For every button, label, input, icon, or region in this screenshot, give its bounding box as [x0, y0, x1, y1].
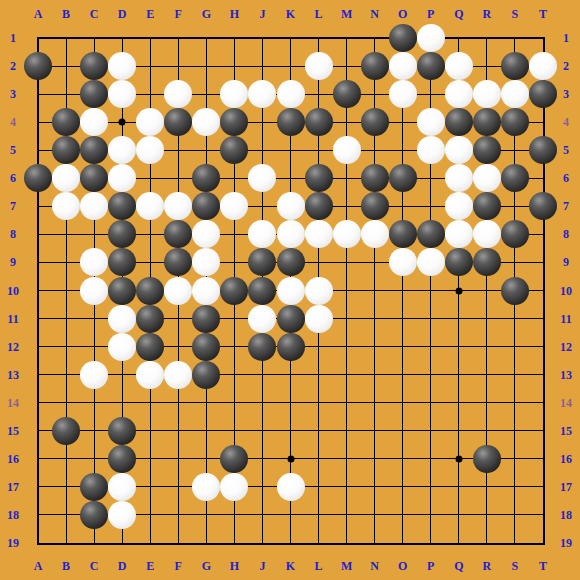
black-stone-N6[interactable]: [361, 164, 389, 192]
white-stone-D17[interactable]: [108, 473, 136, 501]
row-label-right-12: 12: [560, 341, 572, 353]
white-stone-M8[interactable]: [333, 220, 361, 248]
black-stone-G12[interactable]: [192, 333, 220, 361]
white-stone-N8[interactable]: [361, 220, 389, 248]
white-stone-F3[interactable]: [164, 80, 192, 108]
row-label-left-9: 9: [10, 256, 16, 268]
white-stone-H17[interactable]: [220, 473, 248, 501]
col-label-top-D: D: [118, 8, 127, 20]
white-stone-P4[interactable]: [417, 108, 445, 136]
black-stone-O1[interactable]: [389, 24, 417, 52]
white-stone-D18[interactable]: [108, 501, 136, 529]
white-stone-C13[interactable]: [80, 361, 108, 389]
white-stone-C7[interactable]: [80, 192, 108, 220]
row-label-right-18: 18: [560, 509, 572, 521]
white-stone-G9[interactable]: [192, 248, 220, 276]
black-stone-K9[interactable]: [277, 248, 305, 276]
row-label-right-14: 14: [560, 397, 572, 409]
col-label-top-L: L: [315, 8, 323, 20]
row-label-right-16: 16: [560, 453, 572, 465]
white-stone-L2[interactable]: [305, 52, 333, 80]
row-label-right-7: 7: [563, 200, 569, 212]
col-label-top-B: B: [62, 8, 70, 20]
row-label-left-4: 4: [10, 116, 16, 128]
black-stone-P2[interactable]: [417, 52, 445, 80]
black-stone-K11[interactable]: [277, 305, 305, 333]
black-stone-C3[interactable]: [80, 80, 108, 108]
col-label-top-J: J: [259, 8, 265, 20]
white-stone-S3[interactable]: [501, 80, 529, 108]
col-label-top-P: P: [427, 8, 434, 20]
row-label-left-18: 18: [7, 509, 19, 521]
white-stone-Q6[interactable]: [445, 164, 473, 192]
col-label-top-E: E: [146, 8, 154, 20]
col-label-bottom-G: G: [202, 560, 211, 572]
col-label-bottom-Q: Q: [454, 560, 463, 572]
col-label-bottom-P: P: [427, 560, 434, 572]
col-label-top-O: O: [398, 8, 407, 20]
col-label-bottom-N: N: [370, 560, 379, 572]
row-label-right-19: 19: [560, 537, 572, 549]
black-stone-C6[interactable]: [80, 164, 108, 192]
black-stone-C2[interactable]: [80, 52, 108, 80]
white-stone-F7[interactable]: [164, 192, 192, 220]
white-stone-P1[interactable]: [417, 24, 445, 52]
white-stone-J3[interactable]: [248, 80, 276, 108]
black-stone-F8[interactable]: [164, 220, 192, 248]
row-label-left-13: 13: [7, 369, 19, 381]
white-stone-D5[interactable]: [108, 136, 136, 164]
white-stone-D3[interactable]: [108, 80, 136, 108]
black-stone-O6[interactable]: [389, 164, 417, 192]
row-label-left-7: 7: [10, 200, 16, 212]
black-stone-R9[interactable]: [473, 248, 501, 276]
black-stone-F4[interactable]: [164, 108, 192, 136]
col-label-top-H: H: [230, 8, 239, 20]
black-stone-E12[interactable]: [136, 333, 164, 361]
white-stone-C4[interactable]: [80, 108, 108, 136]
black-stone-S4[interactable]: [501, 108, 529, 136]
col-label-bottom-R: R: [483, 560, 492, 572]
star-point-D4: [119, 119, 126, 126]
star-point-K16: [287, 455, 294, 462]
white-stone-B6[interactable]: [52, 164, 80, 192]
white-stone-L11[interactable]: [305, 305, 333, 333]
row-label-right-4: 4: [563, 116, 569, 128]
white-stone-Q3[interactable]: [445, 80, 473, 108]
black-stone-D7[interactable]: [108, 192, 136, 220]
row-label-left-8: 8: [10, 228, 16, 240]
white-stone-L10[interactable]: [305, 277, 333, 305]
black-stone-T5[interactable]: [529, 136, 557, 164]
col-label-bottom-O: O: [398, 560, 407, 572]
black-stone-C18[interactable]: [80, 501, 108, 529]
white-stone-M5[interactable]: [333, 136, 361, 164]
black-stone-H16[interactable]: [220, 445, 248, 473]
col-label-bottom-M: M: [341, 560, 352, 572]
white-stone-J6[interactable]: [248, 164, 276, 192]
black-stone-J10[interactable]: [248, 277, 276, 305]
black-stone-R16[interactable]: [473, 445, 501, 473]
black-stone-N4[interactable]: [361, 108, 389, 136]
black-stone-R4[interactable]: [473, 108, 501, 136]
white-stone-O2[interactable]: [389, 52, 417, 80]
black-stone-S10[interactable]: [501, 277, 529, 305]
black-stone-R7[interactable]: [473, 192, 501, 220]
row-label-right-6: 6: [563, 172, 569, 184]
grid-line: [38, 402, 543, 403]
col-label-bottom-H: H: [230, 560, 239, 572]
black-stone-R5[interactable]: [473, 136, 501, 164]
black-stone-C5[interactable]: [80, 136, 108, 164]
black-stone-B5[interactable]: [52, 136, 80, 164]
white-stone-D12[interactable]: [108, 333, 136, 361]
black-stone-P8[interactable]: [417, 220, 445, 248]
star-point-Q10: [455, 287, 462, 294]
black-stone-C17[interactable]: [80, 473, 108, 501]
row-label-left-5: 5: [10, 144, 16, 156]
col-label-bottom-J: J: [259, 560, 265, 572]
col-label-top-Q: Q: [454, 8, 463, 20]
white-stone-J8[interactable]: [248, 220, 276, 248]
row-label-right-15: 15: [560, 425, 572, 437]
black-stone-S2[interactable]: [501, 52, 529, 80]
black-stone-D10[interactable]: [108, 277, 136, 305]
white-stone-K17[interactable]: [277, 473, 305, 501]
white-stone-Q5[interactable]: [445, 136, 473, 164]
col-label-top-M: M: [341, 8, 352, 20]
black-stone-D9[interactable]: [108, 248, 136, 276]
black-stone-B4[interactable]: [52, 108, 80, 136]
white-stone-K8[interactable]: [277, 220, 305, 248]
black-stone-K4[interactable]: [277, 108, 305, 136]
row-label-left-17: 17: [7, 481, 19, 493]
white-stone-D11[interactable]: [108, 305, 136, 333]
grid-line: [402, 38, 403, 543]
go-board[interactable]: AABBCCDDEEFFGGHHJJKKLLMMNNOOPPQQRRSSTT11…: [0, 0, 580, 580]
row-label-left-12: 12: [7, 341, 19, 353]
grid-line: [38, 374, 543, 375]
col-label-bottom-C: C: [90, 560, 99, 572]
white-stone-C10[interactable]: [80, 277, 108, 305]
black-stone-D15[interactable]: [108, 417, 136, 445]
black-stone-K12[interactable]: [277, 333, 305, 361]
black-stone-B15[interactable]: [52, 417, 80, 445]
black-stone-G7[interactable]: [192, 192, 220, 220]
black-stone-Q4[interactable]: [445, 108, 473, 136]
black-stone-E10[interactable]: [136, 277, 164, 305]
col-label-top-C: C: [90, 8, 99, 20]
col-label-bottom-B: B: [62, 560, 70, 572]
white-stone-H7[interactable]: [220, 192, 248, 220]
col-label-bottom-D: D: [118, 560, 127, 572]
row-label-left-6: 6: [10, 172, 16, 184]
white-stone-C9[interactable]: [80, 248, 108, 276]
row-label-right-3: 3: [563, 88, 569, 100]
col-label-top-S: S: [512, 8, 519, 20]
white-stone-Q2[interactable]: [445, 52, 473, 80]
row-label-right-10: 10: [560, 285, 572, 297]
row-label-left-15: 15: [7, 425, 19, 437]
black-stone-L7[interactable]: [305, 192, 333, 220]
black-stone-G6[interactable]: [192, 164, 220, 192]
black-stone-A6[interactable]: [24, 164, 52, 192]
white-stone-T2[interactable]: [529, 52, 557, 80]
black-stone-D8[interactable]: [108, 220, 136, 248]
black-stone-G11[interactable]: [192, 305, 220, 333]
col-label-top-R: R: [483, 8, 492, 20]
row-label-right-13: 13: [560, 369, 572, 381]
row-label-right-8: 8: [563, 228, 569, 240]
row-label-right-1: 1: [563, 32, 569, 44]
black-stone-M3[interactable]: [333, 80, 361, 108]
col-label-bottom-S: S: [512, 560, 519, 572]
row-label-left-16: 16: [7, 453, 19, 465]
row-label-left-2: 2: [10, 60, 16, 72]
white-stone-J11[interactable]: [248, 305, 276, 333]
grid-line: [346, 38, 347, 543]
black-stone-T7[interactable]: [529, 192, 557, 220]
white-stone-F10[interactable]: [164, 277, 192, 305]
col-label-bottom-L: L: [315, 560, 323, 572]
col-label-top-T: T: [539, 8, 547, 20]
row-label-left-1: 1: [10, 32, 16, 44]
white-stone-E4[interactable]: [136, 108, 164, 136]
row-label-right-2: 2: [563, 60, 569, 72]
black-stone-S8[interactable]: [501, 220, 529, 248]
white-stone-P9[interactable]: [417, 248, 445, 276]
white-stone-R8[interactable]: [473, 220, 501, 248]
black-stone-S6[interactable]: [501, 164, 529, 192]
row-label-right-9: 9: [563, 256, 569, 268]
star-point-Q16: [455, 455, 462, 462]
white-stone-H3[interactable]: [220, 80, 248, 108]
black-stone-F9[interactable]: [164, 248, 192, 276]
col-label-top-K: K: [286, 8, 295, 20]
white-stone-E7[interactable]: [136, 192, 164, 220]
row-label-left-19: 19: [7, 537, 19, 549]
white-stone-G17[interactable]: [192, 473, 220, 501]
col-label-bottom-E: E: [146, 560, 154, 572]
black-stone-D16[interactable]: [108, 445, 136, 473]
black-stone-N2[interactable]: [361, 52, 389, 80]
white-stone-Q7[interactable]: [445, 192, 473, 220]
black-stone-H10[interactable]: [220, 277, 248, 305]
white-stone-R6[interactable]: [473, 164, 501, 192]
row-label-left-11: 11: [7, 313, 18, 325]
white-stone-F13[interactable]: [164, 361, 192, 389]
row-label-right-5: 5: [563, 144, 569, 156]
white-stone-Q8[interactable]: [445, 220, 473, 248]
col-label-top-F: F: [175, 8, 182, 20]
white-stone-B7[interactable]: [52, 192, 80, 220]
white-stone-G10[interactable]: [192, 277, 220, 305]
white-stone-D2[interactable]: [108, 52, 136, 80]
row-label-left-14: 14: [7, 397, 19, 409]
col-label-top-G: G: [202, 8, 211, 20]
col-label-bottom-K: K: [286, 560, 295, 572]
white-stone-D6[interactable]: [108, 164, 136, 192]
col-label-bottom-T: T: [539, 560, 547, 572]
black-stone-E11[interactable]: [136, 305, 164, 333]
black-stone-H5[interactable]: [220, 136, 248, 164]
col-label-bottom-F: F: [175, 560, 182, 572]
white-stone-K7[interactable]: [277, 192, 305, 220]
white-stone-E5[interactable]: [136, 136, 164, 164]
col-label-top-A: A: [34, 8, 43, 20]
black-stone-J12[interactable]: [248, 333, 276, 361]
black-stone-J9[interactable]: [248, 248, 276, 276]
white-stone-G4[interactable]: [192, 108, 220, 136]
white-stone-O3[interactable]: [389, 80, 417, 108]
white-stone-L8[interactable]: [305, 220, 333, 248]
black-stone-Q9[interactable]: [445, 248, 473, 276]
black-stone-G13[interactable]: [192, 361, 220, 389]
white-stone-G8[interactable]: [192, 220, 220, 248]
black-stone-N7[interactable]: [361, 192, 389, 220]
col-label-top-N: N: [370, 8, 379, 20]
white-stone-E13[interactable]: [136, 361, 164, 389]
white-stone-K3[interactable]: [277, 80, 305, 108]
black-stone-H4[interactable]: [220, 108, 248, 136]
black-stone-A2[interactable]: [24, 52, 52, 80]
black-stone-L6[interactable]: [305, 164, 333, 192]
white-stone-O9[interactable]: [389, 248, 417, 276]
col-label-bottom-A: A: [34, 560, 43, 572]
white-stone-R3[interactable]: [473, 80, 501, 108]
row-label-right-17: 17: [560, 481, 572, 493]
white-stone-P5[interactable]: [417, 136, 445, 164]
black-stone-O8[interactable]: [389, 220, 417, 248]
row-label-right-11: 11: [560, 313, 571, 325]
row-label-left-3: 3: [10, 88, 16, 100]
row-label-left-10: 10: [7, 285, 19, 297]
black-stone-T3[interactable]: [529, 80, 557, 108]
black-stone-L4[interactable]: [305, 108, 333, 136]
white-stone-K10[interactable]: [277, 277, 305, 305]
